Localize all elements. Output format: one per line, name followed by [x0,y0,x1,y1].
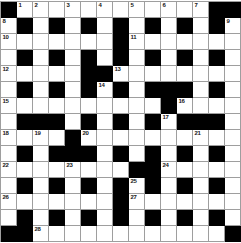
blocked-cell [209,18,225,34]
letter-cell[interactable] [17,194,33,210]
blocked-cell [209,50,225,66]
letter-cell[interactable] [97,130,113,146]
letter-cell[interactable] [65,178,81,194]
letter-cell[interactable] [1,210,17,226]
letter-cell[interactable] [65,194,81,210]
letter-cell[interactable] [113,226,129,242]
letter-cell[interactable]: 16 [177,98,193,114]
clue-number: 21 [195,130,201,137]
letter-cell[interactable] [177,194,193,210]
letter-cell[interactable] [129,114,145,130]
letter-cell[interactable]: 2 [33,2,49,18]
letter-cell[interactable]: 17 [161,114,177,130]
letter-cell[interactable] [33,178,49,194]
blocked-cell [81,178,97,194]
letter-cell[interactable] [1,146,17,162]
letter-cell[interactable] [113,2,129,18]
letter-cell[interactable] [33,50,49,66]
letter-cell[interactable] [81,226,97,242]
letter-cell[interactable] [33,82,49,98]
blocked-cell [113,18,129,34]
letter-cell[interactable] [225,114,241,130]
blocked-cell [49,82,65,98]
letter-cell[interactable]: 10 [1,34,17,50]
blocked-cell [1,226,17,242]
letter-cell[interactable] [1,82,17,98]
letter-cell[interactable] [193,50,209,66]
letter-cell[interactable]: 15 [1,98,17,114]
letter-cell[interactable] [129,146,145,162]
letter-cell[interactable] [33,146,49,162]
letter-cell[interactable]: 8 [1,18,17,34]
letter-cell[interactable]: 21 [193,130,209,146]
blocked-cell [17,146,33,162]
letter-cell[interactable] [193,146,209,162]
letter-cell[interactable]: 27 [129,194,145,210]
letter-cell[interactable] [65,210,81,226]
letter-cell[interactable] [97,146,113,162]
letter-cell[interactable] [97,194,113,210]
blocked-cell [81,66,97,82]
blocked-cell [113,194,129,210]
blocked-cell [177,146,193,162]
clue-number: 12 [3,66,9,73]
blocked-cell [17,178,33,194]
blocked-cell [65,130,81,146]
blocked-cell [145,114,161,130]
letter-cell[interactable] [145,98,161,114]
letter-cell[interactable] [129,226,145,242]
letter-cell[interactable] [177,162,193,178]
clue-number: 10 [3,34,9,41]
clue-number: 27 [131,194,137,201]
blocked-cell [209,146,225,162]
letter-cell[interactable] [225,98,241,114]
blocked-cell [81,210,97,226]
letter-cell[interactable] [209,226,225,242]
letter-cell[interactable] [65,18,81,34]
letter-cell[interactable] [33,18,49,34]
letter-cell[interactable]: 11 [129,34,145,50]
clue-number: 22 [3,162,9,169]
blocked-cell [49,178,65,194]
blocked-cell [161,82,177,98]
blocked-cell [17,50,33,66]
letter-cell[interactable] [33,210,49,226]
blocked-cell [177,210,193,226]
letter-cell[interactable]: 19 [33,130,49,146]
letter-cell[interactable] [177,34,193,50]
blocked-cell [17,114,33,130]
blocked-cell [81,146,97,162]
clue-number: 7 [195,2,198,9]
letter-cell[interactable] [129,210,145,226]
letter-cell[interactable] [177,66,193,82]
blocked-cell [209,210,225,226]
letter-cell[interactable] [193,98,209,114]
letter-cell[interactable] [225,194,241,210]
clue-number: 14 [99,82,105,89]
letter-cell[interactable] [33,66,49,82]
blocked-cell [81,18,97,34]
letter-cell[interactable] [161,50,177,66]
letter-cell[interactable] [177,130,193,146]
letter-cell[interactable] [49,2,65,18]
letter-cell[interactable] [81,2,97,18]
blocked-cell [145,162,161,178]
blocked-cell [113,82,129,98]
letter-cell[interactable] [193,194,209,210]
letter-cell[interactable] [33,34,49,50]
letter-cell[interactable] [1,50,17,66]
letter-cell[interactable] [193,34,209,50]
blocked-cell [145,210,161,226]
letter-cell[interactable] [193,82,209,98]
letter-cell[interactable] [81,34,97,50]
letter-cell[interactable] [81,162,97,178]
letter-cell[interactable]: 23 [65,162,81,178]
clue-number: 6 [163,2,166,9]
letter-cell[interactable] [161,178,177,194]
letter-cell[interactable] [177,2,193,18]
blocked-cell [145,18,161,34]
clue-number: 5 [131,2,134,9]
blocked-cell [177,178,193,194]
blocked-cell [177,114,193,130]
letter-cell[interactable] [49,34,65,50]
letter-cell[interactable] [161,130,177,146]
blocked-cell [225,226,241,242]
blocked-cell [97,66,113,82]
clue-number: 13 [115,66,121,73]
clue-number: 3 [67,2,70,9]
letter-cell[interactable] [97,50,113,66]
letter-cell[interactable] [65,98,81,114]
letter-cell[interactable] [225,82,241,98]
letter-cell[interactable] [225,146,241,162]
blocked-cell [145,82,161,98]
letter-cell[interactable]: 1 [17,2,33,18]
letter-cell[interactable] [209,66,225,82]
letter-cell[interactable] [225,130,241,146]
letter-cell[interactable] [225,34,241,50]
letter-cell[interactable]: 14 [97,82,113,98]
letter-cell[interactable] [225,66,241,82]
blocked-cell [81,82,97,98]
blocked-cell [129,162,145,178]
letter-cell[interactable]: 12 [1,66,17,82]
clue-number: 15 [3,98,9,105]
blocked-cell [17,210,33,226]
blocked-cell [17,82,33,98]
blocked-cell [49,50,65,66]
letter-cell[interactable] [193,162,209,178]
letter-cell[interactable] [17,66,33,82]
blocked-cell [193,114,209,130]
letter-cell[interactable] [161,210,177,226]
letter-cell[interactable] [129,130,145,146]
letter-cell[interactable] [161,226,177,242]
letter-cell[interactable] [209,130,225,146]
letter-cell[interactable] [161,194,177,210]
clue-number: 9 [227,18,230,25]
letter-cell[interactable] [145,194,161,210]
letter-cell[interactable] [193,18,209,34]
letter-cell[interactable] [145,130,161,146]
letter-cell[interactable] [129,50,145,66]
letter-cell[interactable] [1,178,17,194]
blocked-cell [209,82,225,98]
letter-cell[interactable] [65,66,81,82]
letter-cell[interactable] [65,82,81,98]
blocked-cell [33,114,49,130]
letter-cell[interactable] [145,226,161,242]
letter-cell[interactable]: 4 [97,2,113,18]
letter-cell[interactable] [161,66,177,82]
blocked-cell [113,114,129,130]
letter-cell[interactable] [209,98,225,114]
letter-cell[interactable] [97,210,113,226]
clue-number: 25 [131,178,137,185]
blocked-cell [49,146,65,162]
clue-number: 11 [131,34,137,41]
letter-cell[interactable] [193,210,209,226]
blocked-cell [177,50,193,66]
blocked-cell [161,98,177,114]
letter-cell[interactable] [65,226,81,242]
blocked-cell [209,178,225,194]
clue-number: 24 [163,162,169,169]
letter-cell[interactable] [97,18,113,34]
clue-number: 1 [19,2,22,9]
blocked-cell [113,34,129,50]
letter-cell[interactable] [1,114,17,130]
blocked-cell [1,2,17,18]
blocked-cell [65,146,81,162]
letter-cell[interactable] [65,34,81,50]
letter-cell[interactable] [97,178,113,194]
letter-cell[interactable] [97,226,113,242]
letter-cell[interactable] [49,66,65,82]
letter-cell[interactable] [225,162,241,178]
letter-cell[interactable] [33,98,49,114]
letter-cell[interactable] [129,18,145,34]
clue-number: 8 [3,18,6,25]
letter-cell[interactable] [225,50,241,66]
blocked-cell [113,146,129,162]
letter-cell[interactable] [33,162,49,178]
letter-cell[interactable]: 9 [225,18,241,34]
letter-cell[interactable]: 26 [1,194,17,210]
clue-number: 16 [179,98,185,105]
letter-cell[interactable] [17,162,33,178]
crossword-grid: 1234567891011121314151617181920212223242… [0,1,241,242]
letter-cell[interactable] [49,226,65,242]
letter-cell[interactable] [129,66,145,82]
letter-cell[interactable]: 7 [193,2,209,18]
letter-cell[interactable] [97,34,113,50]
blocked-cell [81,50,97,66]
letter-cell[interactable]: 22 [1,162,17,178]
letter-cell[interactable] [193,178,209,194]
blocked-cell [17,18,33,34]
letter-cell[interactable]: 13 [113,66,129,82]
letter-cell[interactable] [81,194,97,210]
letter-cell[interactable] [193,66,209,82]
blocked-cell [49,210,65,226]
blocked-cell [113,210,129,226]
letter-cell[interactable] [225,178,241,194]
blocked-cell [81,114,97,130]
blocked-cell [113,178,129,194]
letter-cell[interactable] [113,98,129,114]
letter-cell[interactable]: 18 [1,130,17,146]
blocked-cell [209,2,225,18]
letter-cell[interactable] [17,98,33,114]
letter-cell[interactable] [97,98,113,114]
blocked-cell [113,50,129,66]
letter-cell[interactable]: 28 [33,226,49,242]
letter-cell[interactable] [65,114,81,130]
clue-number: 4 [99,2,102,9]
letter-cell[interactable]: 25 [129,178,145,194]
letter-cell[interactable]: 24 [161,162,177,178]
blocked-cell [145,178,161,194]
letter-cell[interactable] [129,82,145,98]
letter-cell[interactable] [17,130,33,146]
letter-cell[interactable]: 20 [81,130,97,146]
letter-cell[interactable] [113,130,129,146]
letter-cell[interactable] [145,2,161,18]
clue-number: 28 [35,226,41,233]
letter-cell[interactable]: 3 [65,2,81,18]
blocked-cell [145,146,161,162]
letter-cell[interactable] [97,162,113,178]
letter-cell[interactable] [161,146,177,162]
clue-number: 18 [3,130,9,137]
blocked-cell [145,50,161,66]
letter-cell[interactable] [17,34,33,50]
clue-number: 19 [35,130,41,137]
letter-cell[interactable] [145,34,161,50]
letter-cell[interactable]: 5 [129,2,145,18]
clue-number: 23 [67,162,73,169]
letter-cell[interactable] [97,114,113,130]
letter-cell[interactable] [209,34,225,50]
letter-cell[interactable] [209,194,225,210]
blocked-cell [177,82,193,98]
letter-cell[interactable] [161,18,177,34]
clue-number: 26 [3,194,9,201]
letter-cell[interactable] [49,98,65,114]
letter-cell[interactable] [33,194,49,210]
blocked-cell [177,18,193,34]
letter-cell[interactable] [113,162,129,178]
letter-cell[interactable] [81,98,97,114]
blocked-cell [209,114,225,130]
letter-cell[interactable] [193,226,209,242]
blocked-cell [49,18,65,34]
letter-cell[interactable] [225,210,241,226]
letter-cell[interactable] [65,50,81,66]
blocked-cell [49,114,65,130]
clue-number: 20 [83,130,89,137]
letter-cell[interactable]: 6 [161,2,177,18]
letter-cell[interactable] [129,98,145,114]
letter-cell[interactable] [49,130,65,146]
letter-cell[interactable] [145,66,161,82]
clue-number: 17 [163,114,169,121]
letter-cell[interactable] [209,162,225,178]
blocked-cell [225,2,241,18]
blocked-cell [17,226,33,242]
letter-cell[interactable] [49,162,65,178]
clue-number: 2 [35,2,38,9]
letter-cell[interactable] [49,194,65,210]
letter-cell[interactable] [161,34,177,50]
letter-cell[interactable] [177,226,193,242]
